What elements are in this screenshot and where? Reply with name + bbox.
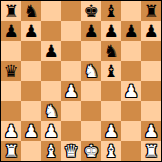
square-d7[interactable] [61,21,81,41]
black-king-piece[interactable]: ♚ [83,1,98,21]
square-c4[interactable] [41,81,61,101]
square-f6[interactable]: ♞ [101,41,121,61]
black-pawn-piece[interactable]: ♟ [43,41,58,61]
square-c7[interactable] [41,21,61,41]
square-g4[interactable]: ♟ [121,81,141,101]
square-c2[interactable]: ♟ [41,121,61,141]
square-f8[interactable]: ♝ [101,1,121,21]
square-f5[interactable]: ♝ [101,61,121,81]
white-pawn-piece[interactable]: ♟ [3,121,18,141]
square-a6[interactable] [1,41,21,61]
square-g7[interactable]: ♟ [121,21,141,41]
square-g8[interactable] [121,1,141,21]
square-g3[interactable] [121,101,141,121]
square-a4[interactable] [1,81,21,101]
white-pawn-piece[interactable]: ♟ [103,121,118,141]
square-h8[interactable]: ♜ [141,1,161,21]
white-rook-piece[interactable]: ♜ [143,141,158,161]
square-h4[interactable] [141,81,161,101]
square-f3[interactable] [101,101,121,121]
square-h5[interactable] [141,61,161,81]
square-a5[interactable]: ♛ [1,61,21,81]
square-h6[interactable] [141,41,161,61]
square-e1[interactable]: ♚ [81,141,101,161]
square-d3[interactable] [61,101,81,121]
white-bishop-piece[interactable]: ♝ [103,141,118,161]
square-e8[interactable]: ♚ [81,1,101,21]
white-queen-piece[interactable]: ♛ [63,141,78,161]
square-e5[interactable]: ♞ [81,61,101,81]
chess-board: ♜♞♚♝♜♟♟♟♟♟♟♟♞♛♞♝♟♟♞♟♟♟♟♟♜♝♛♚♝♜ [0,0,162,162]
black-pawn-piece[interactable]: ♟ [123,21,138,41]
square-h2[interactable]: ♟ [141,121,161,141]
square-d2[interactable] [61,121,81,141]
square-d6[interactable] [61,41,81,61]
square-c1[interactable]: ♝ [41,141,61,161]
black-pawn-piece[interactable]: ♟ [23,21,38,41]
square-b4[interactable] [21,81,41,101]
square-h7[interactable]: ♟ [141,21,161,41]
square-b8[interactable]: ♞ [21,1,41,21]
square-f7[interactable]: ♟ [101,21,121,41]
square-b7[interactable]: ♟ [21,21,41,41]
square-f2[interactable]: ♟ [101,121,121,141]
white-pawn-piece[interactable]: ♟ [63,81,78,101]
black-knight-piece[interactable]: ♞ [103,41,118,61]
white-king-piece[interactable]: ♚ [83,141,98,161]
white-pawn-piece[interactable]: ♟ [123,81,138,101]
square-e7[interactable]: ♟ [81,21,101,41]
square-c8[interactable] [41,1,61,21]
white-knight-piece[interactable]: ♞ [83,61,98,81]
square-h1[interactable]: ♜ [141,141,161,161]
square-a8[interactable]: ♜ [1,1,21,21]
black-bishop-piece[interactable]: ♝ [103,61,118,81]
square-g1[interactable] [121,141,141,161]
square-e2[interactable] [81,121,101,141]
square-d1[interactable]: ♛ [61,141,81,161]
square-a2[interactable]: ♟ [1,121,21,141]
black-queen-piece[interactable]: ♛ [3,61,18,81]
square-c3[interactable]: ♞ [41,101,61,121]
white-pawn-piece[interactable]: ♟ [43,121,58,141]
white-knight-piece[interactable]: ♞ [43,101,58,121]
black-pawn-piece[interactable]: ♟ [143,21,158,41]
square-b3[interactable] [21,101,41,121]
square-b1[interactable] [21,141,41,161]
square-c5[interactable] [41,61,61,81]
square-g2[interactable] [121,121,141,141]
white-rook-piece[interactable]: ♜ [3,141,18,161]
black-pawn-piece[interactable]: ♟ [103,21,118,41]
square-e6[interactable] [81,41,101,61]
white-bishop-piece[interactable]: ♝ [43,141,58,161]
square-e4[interactable] [81,81,101,101]
square-a3[interactable] [1,101,21,121]
square-b2[interactable]: ♟ [21,121,41,141]
square-f4[interactable] [101,81,121,101]
black-pawn-piece[interactable]: ♟ [83,21,98,41]
square-e3[interactable] [81,101,101,121]
square-b5[interactable] [21,61,41,81]
square-d4[interactable]: ♟ [61,81,81,101]
square-a7[interactable]: ♟ [1,21,21,41]
square-h3[interactable] [141,101,161,121]
black-bishop-piece[interactable]: ♝ [103,1,118,21]
square-f1[interactable]: ♝ [101,141,121,161]
black-knight-piece[interactable]: ♞ [23,1,38,21]
square-d8[interactable] [61,1,81,21]
black-pawn-piece[interactable]: ♟ [3,21,18,41]
square-b6[interactable] [21,41,41,61]
square-d5[interactable] [61,61,81,81]
square-c6[interactable]: ♟ [41,41,61,61]
square-g6[interactable] [121,41,141,61]
black-rook-piece[interactable]: ♜ [143,1,158,21]
white-pawn-piece[interactable]: ♟ [143,121,158,141]
white-pawn-piece[interactable]: ♟ [23,121,38,141]
square-g5[interactable] [121,61,141,81]
black-rook-piece[interactable]: ♜ [3,1,18,21]
square-a1[interactable]: ♜ [1,141,21,161]
